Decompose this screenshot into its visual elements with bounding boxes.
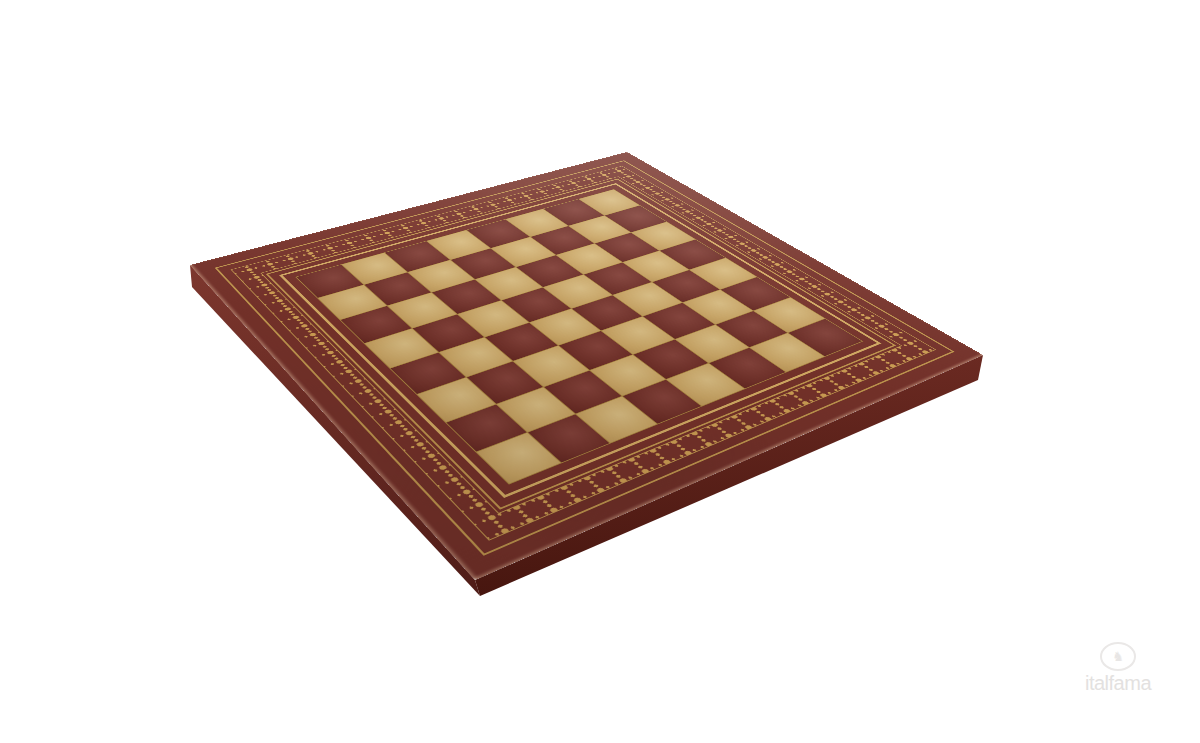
knight-logo-glyph: ♞ (1112, 650, 1124, 663)
italfama-logo-icon: ♞ (1100, 642, 1136, 671)
product-photo-canvas: ♞ italfama (0, 0, 1200, 743)
watermark-brand-text: italfama (1058, 672, 1178, 695)
watermark: ♞ italfama (1058, 642, 1178, 695)
